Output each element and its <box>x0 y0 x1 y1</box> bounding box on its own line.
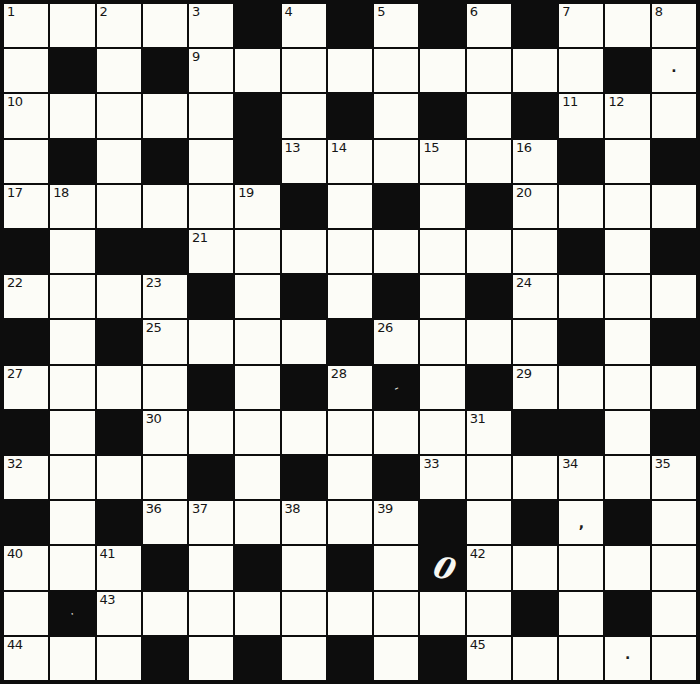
cell-r10c6[interactable] <box>235 411 279 454</box>
cell-r13c2[interactable] <box>50 546 94 589</box>
cell-r6c10[interactable] <box>420 230 464 273</box>
cell-r7c15[interactable] <box>652 275 696 318</box>
clue-number: 45 <box>470 638 486 652</box>
cell-r13c12[interactable] <box>513 546 557 589</box>
cell-r11c5 <box>189 456 233 499</box>
cell-r5c12[interactable]: 20 <box>513 185 557 228</box>
clue-number: 44 <box>7 638 23 652</box>
clue-number: 16 <box>516 141 532 155</box>
cell-r3c13[interactable]: 11 <box>559 94 603 137</box>
cell-r15c15[interactable] <box>652 637 696 680</box>
cell-r5c5[interactable] <box>189 185 233 228</box>
cell-r7c10[interactable] <box>420 275 464 318</box>
cell-r6c2[interactable] <box>50 230 94 273</box>
clue-number: 30 <box>146 412 162 426</box>
cell-r12c11[interactable] <box>467 501 511 544</box>
cell-r3c3[interactable] <box>97 94 141 137</box>
cell-r4c9[interactable] <box>374 140 418 183</box>
cell-r11c3[interactable] <box>97 456 141 499</box>
cell-r8c6[interactable] <box>235 320 279 363</box>
cell-r12c14 <box>605 501 649 544</box>
cell-r1c11[interactable]: 6 <box>467 4 511 47</box>
cell-r9c4[interactable] <box>143 366 187 409</box>
cell-r1c12 <box>513 4 557 47</box>
cell-r9c3[interactable] <box>97 366 141 409</box>
clue-number: 23 <box>146 276 162 290</box>
clue-number: 29 <box>516 367 532 381</box>
cell-r4c8[interactable]: 14 <box>328 140 372 183</box>
clue-number: 2 <box>100 5 108 19</box>
cell-r3c1[interactable]: 10 <box>4 94 48 137</box>
cell-r10c9[interactable] <box>374 411 418 454</box>
cell-r4c5[interactable] <box>189 140 233 183</box>
cell-r15c13[interactable] <box>559 637 603 680</box>
cell-r12c7[interactable]: 38 <box>282 501 326 544</box>
cell-r15c14[interactable]: · <box>605 637 649 680</box>
cell-r5c2[interactable]: 18 <box>50 185 94 228</box>
clue-number: 18 <box>53 186 69 200</box>
cell-r9c6[interactable] <box>235 366 279 409</box>
cell-r10c8[interactable] <box>328 411 372 454</box>
cell-r15c9[interactable] <box>374 637 418 680</box>
cell-r15c11[interactable]: 45 <box>467 637 511 680</box>
clue-number: 27 <box>7 367 23 381</box>
cell-r12c6[interactable] <box>235 501 279 544</box>
annotation-mark: - <box>367 358 425 416</box>
cell-r3c10 <box>420 94 464 137</box>
cell-r12c9[interactable]: 39 <box>374 501 418 544</box>
annotation-mark: , <box>559 501 603 544</box>
cell-r12c15[interactable] <box>652 501 696 544</box>
clue-number: 41 <box>100 547 116 561</box>
annotation-mark: · <box>43 584 101 642</box>
cell-r9c2[interactable] <box>50 366 94 409</box>
cell-r2c5[interactable]: 9 <box>189 49 233 92</box>
cell-r3c4[interactable] <box>143 94 187 137</box>
cell-r4c7[interactable]: 13 <box>282 140 326 183</box>
cell-r6c1 <box>4 230 48 273</box>
cell-r10c15 <box>652 411 696 454</box>
clue-number: 15 <box>423 141 439 155</box>
cell-r2c3[interactable] <box>97 49 141 92</box>
cell-r4c1[interactable] <box>4 140 48 183</box>
clue-number: 21 <box>192 231 208 245</box>
cell-r5c13[interactable] <box>559 185 603 228</box>
cell-r9c11 <box>467 366 511 409</box>
cell-r4c15 <box>652 140 696 183</box>
cell-r2c13[interactable] <box>559 49 603 92</box>
cell-r14c7[interactable] <box>282 592 326 635</box>
cell-r6c7[interactable] <box>282 230 326 273</box>
cell-r13c9[interactable] <box>374 546 418 589</box>
cell-r5c11 <box>467 185 511 228</box>
cell-r5c7 <box>282 185 326 228</box>
cell-r8c7[interactable] <box>282 320 326 363</box>
cell-r15c10 <box>420 637 464 680</box>
cell-r7c6[interactable] <box>235 275 279 318</box>
cell-r11c1[interactable]: 32 <box>4 456 48 499</box>
cell-r11c11[interactable] <box>467 456 511 499</box>
cell-r15c1[interactable]: 44 <box>4 637 48 680</box>
cell-r8c11[interactable] <box>467 320 511 363</box>
clue-number: 14 <box>331 141 347 155</box>
cell-r10c11[interactable]: 31 <box>467 411 511 454</box>
cell-r3c15[interactable] <box>652 94 696 137</box>
cell-r5c4[interactable] <box>143 185 187 228</box>
cell-r11c8[interactable] <box>328 456 372 499</box>
clue-number: 33 <box>423 457 439 471</box>
cell-r11c6[interactable] <box>235 456 279 499</box>
cell-r5c6[interactable]: 19 <box>235 185 279 228</box>
cell-r10c14[interactable] <box>605 411 649 454</box>
clue-number: 11 <box>562 95 578 109</box>
cell-r1c7[interactable]: 4 <box>282 4 326 47</box>
cell-r2c12[interactable] <box>513 49 557 92</box>
cell-r1c15[interactable]: 8 <box>652 4 696 47</box>
cell-r8c8 <box>328 320 372 363</box>
cell-r3c6 <box>235 94 279 137</box>
cell-r4c10[interactable]: 15 <box>420 140 464 183</box>
cell-r7c5 <box>189 275 233 318</box>
cell-r2c10[interactable] <box>420 49 464 92</box>
cell-r11c2[interactable] <box>50 456 94 499</box>
cell-r11c15[interactable]: 35 <box>652 456 696 499</box>
cell-r12c10 <box>420 501 464 544</box>
clue-number: 4 <box>285 5 293 19</box>
cell-r12c12 <box>513 501 557 544</box>
cell-r2c4 <box>143 49 187 92</box>
cell-r14c10[interactable] <box>420 592 464 635</box>
cell-r7c4[interactable]: 23 <box>143 275 187 318</box>
cell-r3c12 <box>513 94 557 137</box>
clue-number: 5 <box>377 5 385 19</box>
clue-number: 10 <box>7 95 23 109</box>
cell-r12c1 <box>4 501 48 544</box>
cell-r7c3[interactable] <box>97 275 141 318</box>
cell-r14c1[interactable] <box>4 592 48 635</box>
clue-number: 13 <box>285 141 301 155</box>
clue-number: 12 <box>608 95 624 109</box>
cell-r15c3[interactable] <box>97 637 141 680</box>
cell-r6c8[interactable] <box>328 230 372 273</box>
cell-r2c7[interactable] <box>282 49 326 92</box>
cell-r12c5[interactable]: 37 <box>189 501 233 544</box>
cell-r10c4[interactable]: 30 <box>143 411 187 454</box>
cell-r13c1[interactable]: 40 <box>4 546 48 589</box>
cell-r10c12 <box>513 411 557 454</box>
clue-number: 43 <box>100 593 116 607</box>
cell-r11c10[interactable]: 33 <box>420 456 464 499</box>
clue-number: 8 <box>655 5 663 19</box>
crossword-board: 123456789·101112131415161718192021222324… <box>0 0 700 684</box>
cell-r6c15 <box>652 230 696 273</box>
cell-r10c3 <box>97 411 141 454</box>
cell-r1c1[interactable]: 1 <box>4 4 48 47</box>
cell-r13c6 <box>235 546 279 589</box>
annotation-mark: · <box>652 49 696 92</box>
cell-r2c11[interactable] <box>467 49 511 92</box>
cell-r14c9[interactable] <box>374 592 418 635</box>
cell-r15c4 <box>143 637 187 680</box>
cell-r13c14[interactable] <box>605 546 649 589</box>
clue-number: 9 <box>192 50 200 64</box>
cell-r3c8 <box>328 94 372 137</box>
cell-r7c11 <box>467 275 511 318</box>
clue-number: 3 <box>192 5 200 19</box>
clue-number: 7 <box>562 5 570 19</box>
cell-r9c8[interactable]: 28 <box>328 366 372 409</box>
cell-r4c6 <box>235 140 279 183</box>
cell-r4c2 <box>50 140 94 183</box>
cell-r7c13[interactable] <box>559 275 603 318</box>
clue-number: 1 <box>7 5 15 19</box>
cell-r6c5[interactable]: 21 <box>189 230 233 273</box>
cell-r6c14[interactable] <box>605 230 649 273</box>
cell-r8c5[interactable] <box>189 320 233 363</box>
cell-r8c12[interactable] <box>513 320 557 363</box>
clue-number: 26 <box>377 321 393 335</box>
cell-r11c9 <box>374 456 418 499</box>
clue-number: 34 <box>562 457 578 471</box>
cell-r10c2[interactable] <box>50 411 94 454</box>
cell-r13c13[interactable] <box>559 546 603 589</box>
cell-r5c1[interactable]: 17 <box>4 185 48 228</box>
cell-r1c14[interactable] <box>605 4 649 47</box>
clue-number: 40 <box>7 547 23 561</box>
cell-r3c9[interactable] <box>374 94 418 137</box>
cell-r7c8[interactable] <box>328 275 372 318</box>
cell-r14c11[interactable] <box>467 592 511 635</box>
cell-r5c9 <box>374 185 418 228</box>
cell-r1c2[interactable] <box>50 4 94 47</box>
cell-r1c4[interactable] <box>143 4 187 47</box>
cell-r6c12[interactable] <box>513 230 557 273</box>
cell-r11c12[interactable] <box>513 456 557 499</box>
cell-r12c13[interactable]: , <box>559 501 603 544</box>
cell-r8c15 <box>652 320 696 363</box>
clue-number: 24 <box>516 276 532 290</box>
cell-r6c9[interactable] <box>374 230 418 273</box>
cell-r2c1[interactable] <box>4 49 48 92</box>
cell-r1c10 <box>420 4 464 47</box>
cell-r8c4[interactable]: 25 <box>143 320 187 363</box>
cell-r15c7[interactable] <box>282 637 326 680</box>
cell-r10c10[interactable] <box>420 411 464 454</box>
cell-r14c12 <box>513 592 557 635</box>
cell-r4c12[interactable]: 16 <box>513 140 557 183</box>
clue-number: 25 <box>146 321 162 335</box>
cell-r9c13[interactable] <box>559 366 603 409</box>
cell-r12c3 <box>97 501 141 544</box>
cell-r6c3 <box>97 230 141 273</box>
cell-r12c8[interactable] <box>328 501 372 544</box>
cell-r15c8 <box>328 637 372 680</box>
cell-r11c4[interactable] <box>143 456 187 499</box>
cell-r14c6[interactable] <box>235 592 279 635</box>
cell-r11c7 <box>282 456 326 499</box>
cell-r8c9[interactable]: 26 <box>374 320 418 363</box>
cell-r2c6[interactable] <box>235 49 279 92</box>
cell-r10c7[interactable] <box>282 411 326 454</box>
cell-r6c11[interactable] <box>467 230 511 273</box>
cell-r13c10: 0 <box>420 546 464 589</box>
cell-r13c3[interactable]: 41 <box>97 546 141 589</box>
cell-r5c8[interactable] <box>328 185 372 228</box>
cell-r7c9 <box>374 275 418 318</box>
cell-r4c3[interactable] <box>97 140 141 183</box>
clue-number: 22 <box>7 276 23 290</box>
cell-r9c5 <box>189 366 233 409</box>
cell-r8c10[interactable] <box>420 320 464 363</box>
cell-r14c15[interactable] <box>652 592 696 635</box>
cell-r9c14[interactable] <box>605 366 649 409</box>
cell-r14c14 <box>605 592 649 635</box>
cell-r9c12[interactable]: 29 <box>513 366 557 409</box>
cell-r7c2[interactable] <box>50 275 94 318</box>
cell-r12c2[interactable] <box>50 501 94 544</box>
cell-r13c4 <box>143 546 187 589</box>
cell-r1c6 <box>235 4 279 47</box>
cell-r14c2: · <box>50 592 94 635</box>
cell-r15c5[interactable] <box>189 637 233 680</box>
cell-r3c14[interactable]: 12 <box>605 94 649 137</box>
cell-r2c15[interactable]: · <box>652 49 696 92</box>
clue-number: 39 <box>377 502 393 516</box>
cell-r1c8 <box>328 4 372 47</box>
cell-r4c4 <box>143 140 187 183</box>
cell-r5c3[interactable] <box>97 185 141 228</box>
cell-r11c14[interactable] <box>605 456 649 499</box>
cell-r13c7[interactable] <box>282 546 326 589</box>
cell-r5c10[interactable] <box>420 185 464 228</box>
cell-r7c14[interactable] <box>605 275 649 318</box>
clue-number: 17 <box>7 186 23 200</box>
cell-r9c9: - <box>374 366 418 409</box>
annotation-mark: · <box>605 637 649 680</box>
cell-r8c2[interactable] <box>50 320 94 363</box>
cell-r8c1 <box>4 320 48 363</box>
cell-r2c14 <box>605 49 649 92</box>
cell-r14c13[interactable] <box>559 592 603 635</box>
cell-r1c13[interactable]: 7 <box>559 4 603 47</box>
cell-r6c13 <box>559 230 603 273</box>
cell-r14c4[interactable] <box>143 592 187 635</box>
clue-number: 28 <box>331 367 347 381</box>
cell-r13c5[interactable] <box>189 546 233 589</box>
cell-r3c5[interactable] <box>189 94 233 137</box>
cell-r15c6 <box>235 637 279 680</box>
cell-r6c4 <box>143 230 187 273</box>
cell-r9c10[interactable] <box>420 366 464 409</box>
clue-number: 19 <box>238 186 254 200</box>
cell-r13c11[interactable]: 42 <box>467 546 511 589</box>
cell-r10c13 <box>559 411 603 454</box>
cell-r4c14[interactable] <box>605 140 649 183</box>
cell-r12c4[interactable]: 36 <box>143 501 187 544</box>
cell-r5c15[interactable] <box>652 185 696 228</box>
cell-r11c13[interactable]: 34 <box>559 456 603 499</box>
annotation-mark: 0 <box>416 542 469 595</box>
cell-r2c8[interactable] <box>328 49 372 92</box>
cell-r5c14[interactable] <box>605 185 649 228</box>
cell-r8c3 <box>97 320 141 363</box>
cell-r3c11[interactable] <box>467 94 511 137</box>
clue-number: 6 <box>470 5 478 19</box>
cell-r15c2[interactable] <box>50 637 94 680</box>
cell-r13c8 <box>328 546 372 589</box>
cell-r3c2[interactable] <box>50 94 94 137</box>
cell-r7c7 <box>282 275 326 318</box>
cell-r4c13 <box>559 140 603 183</box>
cell-r4c11[interactable] <box>467 140 511 183</box>
cell-r7c1[interactable]: 22 <box>4 275 48 318</box>
cell-r3c7[interactable] <box>282 94 326 137</box>
clue-number: 20 <box>516 186 532 200</box>
clue-number: 35 <box>655 457 671 471</box>
cell-r8c14[interactable] <box>605 320 649 363</box>
cell-r2c9[interactable] <box>374 49 418 92</box>
cell-r10c5[interactable] <box>189 411 233 454</box>
cell-r1c9[interactable]: 5 <box>374 4 418 47</box>
cell-r2c2 <box>50 49 94 92</box>
cell-r1c3[interactable]: 2 <box>97 4 141 47</box>
cell-r7c12[interactable]: 24 <box>513 275 557 318</box>
clue-number: 36 <box>146 502 162 516</box>
cell-r14c3[interactable]: 43 <box>97 592 141 635</box>
cell-r9c1[interactable]: 27 <box>4 366 48 409</box>
clue-number: 31 <box>470 412 486 426</box>
cell-r1c5[interactable]: 3 <box>189 4 233 47</box>
cell-r10c1 <box>4 411 48 454</box>
clue-number: 38 <box>285 502 301 516</box>
cell-r14c8[interactable] <box>328 592 372 635</box>
cell-r9c7 <box>282 366 326 409</box>
cell-r15c12[interactable] <box>513 637 557 680</box>
clue-number: 32 <box>7 457 23 471</box>
cell-r13c15[interactable] <box>652 546 696 589</box>
clue-number: 37 <box>192 502 208 516</box>
cell-r6c6[interactable] <box>235 230 279 273</box>
cell-r8c13 <box>559 320 603 363</box>
cell-r14c5[interactable] <box>189 592 233 635</box>
cell-r9c15[interactable] <box>652 366 696 409</box>
clue-number: 42 <box>470 547 486 561</box>
